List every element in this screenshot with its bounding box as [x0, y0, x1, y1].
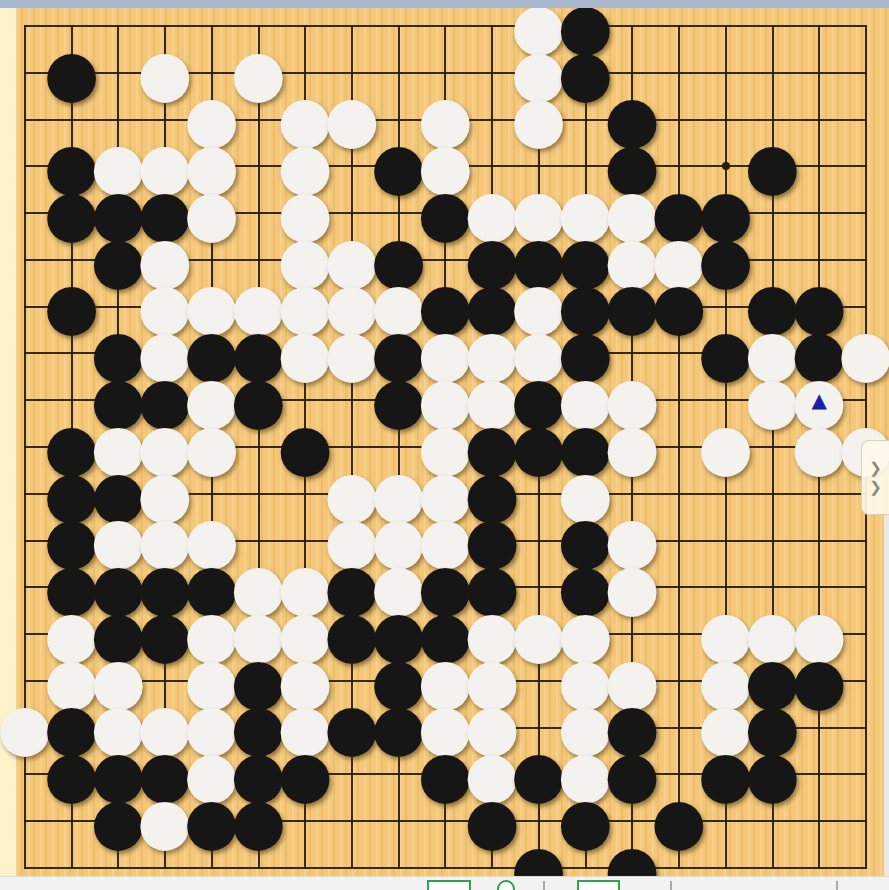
board-point[interactable] [515, 517, 562, 564]
board-point[interactable] [375, 798, 422, 845]
board-point[interactable]: ● [95, 798, 142, 845]
board-point[interactable]: ● [375, 377, 422, 424]
board-point[interactable] [702, 798, 749, 845]
board-point[interactable]: ● [515, 751, 562, 798]
board-point[interactable]: ● [515, 610, 562, 657]
board-point[interactable] [2, 330, 49, 377]
board-point[interactable]: ● [142, 610, 189, 657]
white-stone: ● [511, 96, 567, 142]
board-point[interactable] [469, 49, 516, 96]
board-point[interactable] [282, 3, 329, 50]
toolbar-strip [0, 876, 889, 890]
board-point[interactable] [329, 798, 376, 845]
board-point[interactable] [796, 470, 843, 517]
toolbar-icon-tick[interactable] [543, 881, 545, 890]
board-point[interactable] [702, 96, 749, 143]
board-point[interactable] [656, 704, 703, 751]
board-point[interactable] [656, 423, 703, 470]
board-point[interactable]: ● [375, 143, 422, 190]
board-point[interactable] [796, 96, 843, 143]
board-point[interactable] [842, 96, 889, 143]
board-point[interactable] [749, 3, 796, 50]
board-point[interactable] [702, 517, 749, 564]
board-point[interactable] [2, 564, 49, 611]
board-point[interactable] [235, 143, 282, 190]
board-point[interactable] [842, 704, 889, 751]
board-point[interactable]: ●▲ [796, 377, 843, 424]
board-point[interactable] [796, 49, 843, 96]
board-point[interactable]: ● [48, 283, 95, 330]
board-point[interactable] [515, 470, 562, 517]
board-point[interactable] [749, 517, 796, 564]
board-point[interactable] [842, 190, 889, 237]
board-point[interactable]: ● [48, 751, 95, 798]
board-point[interactable]: ● [842, 330, 889, 377]
board-point[interactable]: ● [188, 190, 235, 237]
board-point[interactable] [749, 470, 796, 517]
board-point[interactable] [749, 49, 796, 96]
toolbar-icon-circle-green[interactable] [497, 880, 515, 890]
board-point[interactable] [2, 3, 49, 50]
board-point[interactable] [656, 3, 703, 50]
toolbar-icon-square-green[interactable] [427, 880, 471, 890]
board-point[interactable] [282, 470, 329, 517]
board-point[interactable] [235, 190, 282, 237]
board-point[interactable]: ● [422, 751, 469, 798]
board-point[interactable]: ● [749, 377, 796, 424]
board-point[interactable]: ● [469, 798, 516, 845]
board-point[interactable]: ● [329, 704, 376, 751]
board-point[interactable] [469, 96, 516, 143]
chevron-right-icon: ❯ [869, 461, 882, 476]
board-point[interactable] [2, 470, 49, 517]
white-stone: ● [698, 424, 754, 470]
board-point[interactable] [656, 517, 703, 564]
board-point[interactable] [702, 49, 749, 96]
board-point[interactable]: ● [235, 377, 282, 424]
board-point[interactable] [796, 143, 843, 190]
scrollbar-gutter [884, 515, 889, 876]
board-point[interactable]: ● [329, 96, 376, 143]
board-point[interactable] [842, 236, 889, 283]
board-point[interactable] [375, 3, 422, 50]
board-point[interactable] [749, 423, 796, 470]
toolbar-mark-gray-1 [670, 881, 672, 890]
side-panel-toggle[interactable]: ❯ ❯ [861, 440, 889, 515]
board-point[interactable] [842, 798, 889, 845]
board-point[interactable] [656, 610, 703, 657]
chevron-right-icon: ❯ [869, 480, 882, 495]
board-point[interactable] [2, 49, 49, 96]
board-point[interactable] [515, 657, 562, 704]
board-point[interactable] [842, 751, 889, 798]
board-point[interactable] [796, 751, 843, 798]
board-point[interactable] [656, 330, 703, 377]
board-point[interactable]: ● [609, 423, 656, 470]
board-point[interactable] [796, 190, 843, 237]
last-move-triangle-marker: ▲ [796, 377, 843, 424]
board-point[interactable] [375, 751, 422, 798]
board-point[interactable] [656, 377, 703, 424]
board-point[interactable] [422, 3, 469, 50]
board-point[interactable] [842, 143, 889, 190]
board-point[interactable] [329, 377, 376, 424]
board-point[interactable] [702, 470, 749, 517]
board-point[interactable] [609, 3, 656, 50]
board-point[interactable]: ● [329, 610, 376, 657]
board-point[interactable] [656, 564, 703, 611]
toolbar-mark-gray-2 [836, 881, 838, 890]
board-point[interactable] [2, 798, 49, 845]
board-point[interactable] [749, 190, 796, 237]
board-point[interactable] [329, 3, 376, 50]
board-point[interactable]: ● [562, 798, 609, 845]
board-point[interactable] [796, 798, 843, 845]
board-point[interactable]: ● [95, 236, 142, 283]
board-point[interactable]: ● [142, 49, 189, 96]
board-point[interactable] [235, 96, 282, 143]
board-point[interactable]: ● [515, 96, 562, 143]
board-point[interactable]: ● [702, 330, 749, 377]
board-point[interactable] [796, 3, 843, 50]
board-point[interactable]: ● [656, 798, 703, 845]
board-point[interactable]: ● [142, 798, 189, 845]
board-point[interactable]: ● [702, 236, 749, 283]
board-point[interactable]: ● [188, 798, 235, 845]
board-point[interactable]: ● [609, 283, 656, 330]
board-point[interactable]: ● [749, 143, 796, 190]
board-point[interactable] [749, 798, 796, 845]
board-point[interactable] [375, 49, 422, 96]
go-app-window: ●●●●●●●●●●●●●●●●●●●●●●●●●●●●●●●●●●●●●●●●… [0, 0, 889, 890]
board-point[interactable] [2, 517, 49, 564]
board-point[interactable]: ● [515, 423, 562, 470]
board-point[interactable] [2, 377, 49, 424]
board-point[interactable] [656, 470, 703, 517]
black-stone: ● [744, 751, 800, 797]
board-point[interactable] [95, 3, 142, 50]
board-point[interactable] [2, 423, 49, 470]
toolbar-icon-square-green-2[interactable] [577, 880, 620, 890]
board-point[interactable]: ● [188, 423, 235, 470]
board-point[interactable] [469, 3, 516, 50]
board-point[interactable] [422, 798, 469, 845]
board-point[interactable] [562, 96, 609, 143]
board-point[interactable] [48, 330, 95, 377]
board-point[interactable] [2, 751, 49, 798]
board-point[interactable] [796, 704, 843, 751]
board-point[interactable]: ● [422, 190, 469, 237]
board-point[interactable]: ● [796, 657, 843, 704]
board-point[interactable]: ● [329, 330, 376, 377]
board-point[interactable] [702, 3, 749, 50]
board-point[interactable] [796, 517, 843, 564]
board-point[interactable] [2, 283, 49, 330]
black-stone: ● [231, 798, 287, 844]
board-point[interactable]: ● [282, 330, 329, 377]
board-point[interactable] [48, 798, 95, 845]
board-point[interactable]: ● [562, 49, 609, 96]
board-point[interactable] [842, 517, 889, 564]
board-point[interactable] [842, 3, 889, 50]
board-point[interactable] [2, 610, 49, 657]
board-point[interactable] [2, 236, 49, 283]
stones-grid: ●●●●●●●●●●●●●●●●●●●●●●●●●●●●●●●●●●●●●●●●… [2, 3, 889, 890]
board-point[interactable]: ● [702, 751, 749, 798]
board-point[interactable]: ● [48, 190, 95, 237]
board-point[interactable] [95, 49, 142, 96]
board-point[interactable]: ● [2, 704, 49, 751]
board-point[interactable]: ● [282, 423, 329, 470]
board-point[interactable] [656, 49, 703, 96]
board-point[interactable]: ● [702, 423, 749, 470]
board-point[interactable] [842, 657, 889, 704]
board-point[interactable]: ● [375, 704, 422, 751]
board-point[interactable] [235, 423, 282, 470]
board-point[interactable] [188, 3, 235, 50]
board-point[interactable]: ● [749, 751, 796, 798]
board-point[interactable] [235, 470, 282, 517]
board-point[interactable]: ● [235, 798, 282, 845]
board-point[interactable] [329, 143, 376, 190]
board-point[interactable] [2, 143, 49, 190]
board-point[interactable]: ● [235, 49, 282, 96]
title-bar [0, 0, 889, 8]
board-point[interactable]: ● [609, 751, 656, 798]
board-point[interactable]: ● [48, 49, 95, 96]
board-point[interactable]: ● [656, 283, 703, 330]
black-stone: ● [44, 50, 100, 96]
board-point[interactable]: ● [282, 751, 329, 798]
board-point[interactable] [2, 190, 49, 237]
board-point[interactable] [842, 564, 889, 611]
board-point[interactable] [842, 610, 889, 657]
board-point[interactable] [656, 657, 703, 704]
board-point[interactable] [656, 96, 703, 143]
board-point[interactable] [282, 798, 329, 845]
board-point[interactable]: ● [796, 423, 843, 470]
board-point[interactable]: ● [609, 564, 656, 611]
board-point[interactable] [329, 751, 376, 798]
board-point[interactable] [842, 49, 889, 96]
board-point[interactable] [2, 96, 49, 143]
